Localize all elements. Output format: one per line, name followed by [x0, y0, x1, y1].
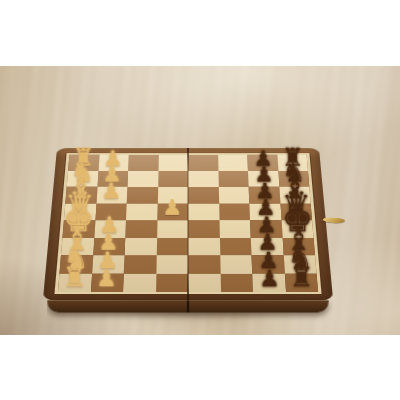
square-b3 — [127, 171, 158, 187]
square-g8: ♞ — [283, 255, 316, 273]
square-g5 — [188, 255, 220, 273]
square-f4 — [156, 238, 188, 256]
square-a1: ♜ — [68, 155, 99, 171]
square-h2: ♟ — [90, 273, 123, 292]
chess-board: ♜♟♟♜♞♟♟♞♝♟♟♝♛♟♟♛♚♟♟♚♝♟♟♝♞♟♟♞♜♟♟♜ — [43, 148, 333, 300]
square-a6 — [218, 155, 248, 171]
hinge-seam — [187, 148, 189, 300]
square-e5 — [188, 220, 219, 237]
square-g3 — [124, 255, 157, 273]
square-b4 — [158, 171, 188, 187]
square-h1: ♜ — [58, 273, 92, 292]
square-c7: ♟ — [249, 187, 280, 204]
square-a2: ♟ — [98, 155, 129, 171]
square-f8: ♝ — [282, 238, 315, 256]
square-a7: ♟ — [247, 155, 278, 171]
photo-canvas: ♜♟♟♜♞♟♟♞♝♟♟♝♛♟♟♛♚♟♟♚♝♟♟♝♞♟♟♞♜♟♟♜ — [0, 0, 400, 400]
square-c4 — [157, 187, 188, 204]
square-d6 — [219, 203, 250, 220]
white-background-top — [0, 0, 400, 66]
board-front-edge — [47, 300, 328, 312]
square-c3 — [127, 187, 158, 204]
square-a5 — [188, 155, 218, 171]
square-f6 — [219, 238, 251, 256]
square-g4 — [156, 255, 188, 273]
square-h8: ♜ — [284, 273, 318, 292]
square-g7: ♟ — [251, 255, 284, 273]
square-h3 — [123, 273, 156, 292]
photograph: ♜♟♟♜♞♟♟♞♝♟♟♝♛♟♟♛♚♟♟♚♝♟♟♝♞♟♟♞♜♟♟♜ — [0, 66, 400, 335]
square-d5 — [188, 203, 219, 220]
square-f2: ♟ — [93, 238, 125, 256]
square-b1: ♞ — [67, 171, 98, 187]
piece-black-pawn-a7: ♟ — [253, 148, 272, 169]
white-background-bottom — [0, 335, 400, 400]
square-b2: ♟ — [97, 171, 128, 187]
square-a3 — [128, 155, 158, 171]
square-g1: ♞ — [59, 255, 92, 273]
square-d3 — [126, 203, 157, 220]
square-g6 — [220, 255, 253, 273]
square-c5 — [188, 187, 219, 204]
square-h7: ♟ — [252, 273, 285, 292]
square-g2: ♟ — [92, 255, 125, 273]
square-h5 — [188, 273, 221, 292]
square-d8: ♛ — [280, 203, 312, 220]
square-c1: ♝ — [65, 187, 97, 204]
square-e2: ♟ — [94, 220, 126, 237]
square-h4 — [155, 273, 188, 292]
square-a4 — [158, 155, 188, 171]
square-c2: ♟ — [96, 187, 127, 204]
board-scene: ♜♟♟♜♞♟♟♞♝♟♟♝♛♟♟♛♚♟♟♚♝♟♟♝♞♟♟♞♜♟♟♜ — [57, 148, 319, 335]
square-h6 — [220, 273, 253, 292]
square-d1: ♛ — [64, 203, 96, 220]
square-e1: ♚ — [63, 220, 95, 237]
square-b8: ♞ — [278, 171, 309, 187]
piece-white-pawn-a2: ♟ — [104, 148, 123, 169]
square-c8: ♝ — [279, 187, 311, 204]
piece-white-rook-a1: ♜ — [72, 145, 94, 169]
square-d4: ♟ — [157, 203, 188, 220]
square-f5 — [188, 238, 220, 256]
square-e6 — [219, 220, 251, 237]
square-b6 — [218, 171, 249, 187]
piece-black-rook-a8: ♜ — [282, 145, 304, 169]
square-b7: ♟ — [248, 171, 279, 187]
square-e3 — [125, 220, 157, 237]
square-e4 — [157, 220, 188, 237]
square-c6 — [218, 187, 249, 204]
square-e7: ♟ — [250, 220, 282, 237]
square-f1: ♝ — [61, 238, 94, 256]
square-d7: ♟ — [249, 203, 281, 220]
square-f7: ♟ — [251, 238, 283, 256]
square-b5 — [188, 171, 218, 187]
square-d2 — [95, 203, 127, 220]
square-a8: ♜ — [277, 155, 308, 171]
square-f3 — [125, 238, 157, 256]
square-e8: ♚ — [281, 220, 313, 237]
